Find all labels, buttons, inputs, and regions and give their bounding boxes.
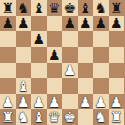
piece-black-knight[interactable]: ♞ — [94, 0, 107, 14]
square-c1[interactable]: ♝ — [31, 109, 47, 125]
square-b5[interactable] — [16, 47, 32, 63]
square-e1[interactable]: ♚ — [62, 109, 78, 125]
square-f7[interactable]: ♟ — [78, 16, 94, 32]
piece-black-pawn[interactable]: ♟ — [79, 16, 92, 30]
piece-black-pawn[interactable]: ♟ — [110, 16, 123, 30]
piece-black-bishop[interactable]: ♝ — [79, 0, 92, 14]
piece-white-knight[interactable]: ♞ — [17, 110, 30, 124]
piece-white-pawn[interactable]: ♟ — [79, 94, 92, 108]
square-h4[interactable] — [109, 63, 125, 79]
square-d8[interactable]: ♛ — [47, 0, 63, 16]
piece-white-pawn[interactable]: ♟ — [32, 94, 45, 108]
square-a4[interactable] — [0, 63, 16, 79]
square-a8[interactable]: ♜ — [0, 0, 16, 16]
square-c4[interactable] — [31, 63, 47, 79]
square-f5[interactable] — [78, 47, 94, 63]
piece-white-pawn[interactable]: ♟ — [17, 94, 30, 108]
square-g3[interactable] — [93, 78, 109, 94]
square-g8[interactable]: ♞ — [93, 0, 109, 16]
square-b7[interactable]: ♟ — [16, 16, 32, 32]
piece-black-bishop[interactable]: ♝ — [32, 0, 45, 14]
piece-white-queen[interactable]: ♛ — [48, 110, 61, 124]
square-h5[interactable] — [109, 47, 125, 63]
piece-white-pawn[interactable]: ♟ — [63, 63, 76, 77]
piece-white-pawn[interactable]: ♟ — [48, 94, 61, 108]
square-h8[interactable]: ♜ — [109, 0, 125, 16]
square-b1[interactable]: ♞ — [16, 109, 32, 125]
square-f6[interactable] — [78, 31, 94, 47]
square-a6[interactable] — [0, 31, 16, 47]
square-e7[interactable]: ♟ — [62, 16, 78, 32]
piece-black-pawn[interactable]: ♟ — [63, 16, 76, 30]
square-e2[interactable] — [62, 94, 78, 110]
piece-black-pawn[interactable]: ♟ — [1, 16, 14, 30]
square-b3[interactable]: ♝ — [16, 78, 32, 94]
square-g4[interactable] — [93, 63, 109, 79]
piece-black-knight[interactable]: ♞ — [17, 0, 30, 14]
square-a1[interactable]: ♜ — [0, 109, 16, 125]
piece-black-pawn[interactable]: ♟ — [94, 16, 107, 30]
square-e6[interactable] — [62, 31, 78, 47]
square-c5[interactable] — [31, 47, 47, 63]
square-h6[interactable] — [109, 31, 125, 47]
piece-black-rook[interactable]: ♜ — [1, 0, 14, 14]
square-f4[interactable] — [78, 63, 94, 79]
square-c8[interactable]: ♝ — [31, 0, 47, 16]
piece-white-bishop[interactable]: ♝ — [17, 78, 30, 92]
piece-white-rook[interactable]: ♜ — [1, 110, 14, 124]
piece-black-pawn[interactable]: ♟ — [32, 32, 45, 46]
square-a7[interactable]: ♟ — [0, 16, 16, 32]
square-g5[interactable] — [93, 47, 109, 63]
piece-white-bishop[interactable]: ♝ — [32, 110, 45, 124]
square-b6[interactable] — [16, 31, 32, 47]
square-e3[interactable] — [62, 78, 78, 94]
square-d3[interactable] — [47, 78, 63, 94]
square-a2[interactable]: ♟ — [0, 94, 16, 110]
piece-white-pawn[interactable]: ♟ — [1, 94, 14, 108]
square-e8[interactable]: ♚ — [62, 0, 78, 16]
square-h1[interactable]: ♜ — [109, 109, 125, 125]
piece-black-rook[interactable]: ♜ — [110, 0, 123, 14]
square-d5[interactable]: ♟ — [47, 47, 63, 63]
square-g2[interactable]: ♟ — [93, 94, 109, 110]
square-c2[interactable]: ♟ — [31, 94, 47, 110]
square-c6[interactable]: ♟ — [31, 31, 47, 47]
square-h2[interactable]: ♟ — [109, 94, 125, 110]
square-f2[interactable]: ♟ — [78, 94, 94, 110]
piece-white-pawn[interactable]: ♟ — [94, 94, 107, 108]
piece-white-rook[interactable]: ♜ — [110, 110, 123, 124]
square-f3[interactable] — [78, 78, 94, 94]
square-g6[interactable] — [93, 31, 109, 47]
square-e5[interactable] — [62, 47, 78, 63]
square-d6[interactable] — [47, 31, 63, 47]
piece-black-queen[interactable]: ♛ — [48, 0, 61, 14]
square-e4[interactable]: ♟ — [62, 63, 78, 79]
piece-white-king[interactable]: ♚ — [63, 110, 76, 124]
piece-white-pawn[interactable]: ♟ — [110, 94, 123, 108]
chess-board: ♜♞♝♛♚♝♞♜♟♟♟♟♟♟♟♟♟♝♟♟♟♟♟♟♟♜♞♝♛♚♞♜ — [0, 0, 124, 125]
square-b2[interactable]: ♟ — [16, 94, 32, 110]
square-h3[interactable] — [109, 78, 125, 94]
square-b4[interactable] — [16, 63, 32, 79]
piece-white-knight[interactable]: ♞ — [94, 110, 107, 124]
square-b8[interactable]: ♞ — [16, 0, 32, 16]
square-h7[interactable]: ♟ — [109, 16, 125, 32]
square-g7[interactable]: ♟ — [93, 16, 109, 32]
square-f1[interactable] — [78, 109, 94, 125]
piece-black-pawn[interactable]: ♟ — [17, 16, 30, 30]
square-d4[interactable] — [47, 63, 63, 79]
square-d2[interactable]: ♟ — [47, 94, 63, 110]
square-g1[interactable]: ♞ — [93, 109, 109, 125]
square-f8[interactable]: ♝ — [78, 0, 94, 16]
square-a3[interactable] — [0, 78, 16, 94]
piece-black-king[interactable]: ♚ — [63, 0, 76, 14]
square-d7[interactable] — [47, 16, 63, 32]
piece-black-pawn[interactable]: ♟ — [48, 47, 61, 61]
square-c3[interactable] — [31, 78, 47, 94]
square-a5[interactable] — [0, 47, 16, 63]
square-d1[interactable]: ♛ — [47, 109, 63, 125]
square-c7[interactable] — [31, 16, 47, 32]
